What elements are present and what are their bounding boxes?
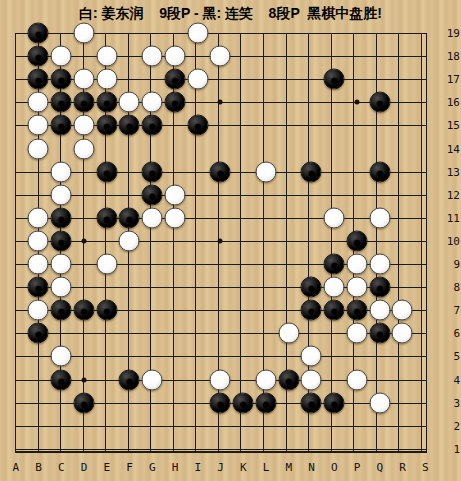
- row-label: 5: [442, 350, 460, 363]
- star-point: [81, 377, 86, 382]
- stone-black: ●: [73, 392, 94, 413]
- stone-black: ●: [301, 161, 322, 182]
- stone-black: ●: [369, 161, 390, 182]
- stone-black: ●: [96, 300, 117, 321]
- stone-white: ●: [301, 369, 322, 390]
- stone-white: ●: [28, 92, 49, 113]
- stone-white: ●: [28, 207, 49, 228]
- stone-black: ●: [324, 254, 345, 275]
- stone-white: ●: [255, 161, 276, 182]
- stone-white: ●: [28, 230, 49, 251]
- stone-white: ●: [51, 346, 72, 367]
- stone-black: ●: [346, 230, 367, 251]
- row-label: 9: [442, 258, 460, 271]
- stone-white: ●: [301, 346, 322, 367]
- star-point: [218, 100, 223, 105]
- col-label: D: [81, 461, 88, 474]
- stone-black: ●: [119, 115, 140, 136]
- row-label: 14: [442, 142, 460, 155]
- row-label: 6: [442, 327, 460, 340]
- stone-white: ●: [164, 184, 185, 205]
- stone-black: ●: [210, 161, 231, 182]
- row-label: 12: [442, 188, 460, 201]
- col-label: N: [308, 461, 315, 474]
- col-label: G: [149, 461, 156, 474]
- stone-white: ●: [28, 300, 49, 321]
- stone-black: ●: [346, 300, 367, 321]
- star-point: [218, 238, 223, 243]
- stone-white: ●: [142, 92, 163, 113]
- stone-white: ●: [142, 369, 163, 390]
- stone-black: ●: [278, 369, 299, 390]
- stone-white: ●: [28, 138, 49, 159]
- col-label: L: [263, 461, 270, 474]
- row-label: 16: [442, 96, 460, 109]
- row-label: 13: [442, 165, 460, 178]
- stone-black: ●: [119, 369, 140, 390]
- stone-black: ●: [51, 92, 72, 113]
- stone-black: ●: [301, 392, 322, 413]
- stone-black: ●: [51, 207, 72, 228]
- row-label: 7: [442, 304, 460, 317]
- stone-white: ●: [324, 207, 345, 228]
- stone-white: ●: [369, 254, 390, 275]
- stone-black: ●: [142, 161, 163, 182]
- stone-white: ●: [346, 277, 367, 298]
- col-label: A: [12, 461, 19, 474]
- stone-white: ●: [369, 207, 390, 228]
- col-label: B: [35, 461, 42, 474]
- stone-white: ●: [51, 161, 72, 182]
- col-label: F: [126, 461, 133, 474]
- row-label: 3: [442, 396, 460, 409]
- col-label: Q: [376, 461, 383, 474]
- col-label: P: [354, 461, 361, 474]
- col-label: I: [194, 461, 201, 474]
- stone-black: ●: [28, 46, 49, 67]
- stone-black: ●: [142, 115, 163, 136]
- stone-white: ●: [255, 369, 276, 390]
- stone-white: ●: [51, 277, 72, 298]
- stone-black: ●: [73, 300, 94, 321]
- stone-white: ●: [392, 300, 413, 321]
- stone-white: ●: [96, 254, 117, 275]
- stone-white: ●: [187, 69, 208, 90]
- row-label: 1: [442, 442, 460, 455]
- row-label: 17: [442, 73, 460, 86]
- stone-black: ●: [28, 323, 49, 344]
- stone-white: ●: [142, 207, 163, 228]
- row-label: 2: [442, 419, 460, 432]
- stone-black: ●: [369, 277, 390, 298]
- stone-black: ●: [369, 92, 390, 113]
- stone-white: ●: [51, 46, 72, 67]
- stone-white: ●: [28, 115, 49, 136]
- stone-white: ●: [73, 138, 94, 159]
- stone-black: ●: [28, 69, 49, 90]
- stone-black: ●: [142, 184, 163, 205]
- stone-white: ●: [73, 69, 94, 90]
- stone-black: ●: [210, 392, 231, 413]
- stone-white: ●: [119, 230, 140, 251]
- stone-white: ●: [278, 323, 299, 344]
- stone-black: ●: [51, 300, 72, 321]
- stone-black: ●: [96, 207, 117, 228]
- stone-white: ●: [28, 254, 49, 275]
- stone-black: ●: [51, 369, 72, 390]
- col-label: S: [422, 461, 429, 474]
- row-label: 15: [442, 119, 460, 132]
- col-label: O: [331, 461, 338, 474]
- stone-white: ●: [96, 69, 117, 90]
- stone-white: ●: [164, 207, 185, 228]
- col-label: C: [58, 461, 65, 474]
- stone-white: ●: [142, 46, 163, 67]
- go-game-viewer: 白: 姜东润 9段P - 黑: 连笑 8段P 黑棋中盘胜! ●●●●●●●●●●…: [0, 0, 461, 481]
- stone-black: ●: [28, 23, 49, 44]
- col-label: R: [399, 461, 406, 474]
- stone-black: ●: [96, 161, 117, 182]
- row-label: 19: [442, 27, 460, 40]
- stone-white: ●: [369, 392, 390, 413]
- stone-white: ●: [210, 369, 231, 390]
- col-label: K: [240, 461, 247, 474]
- row-label: 10: [442, 234, 460, 247]
- stone-black: ●: [96, 115, 117, 136]
- stone-black: ●: [233, 392, 254, 413]
- stone-black: ●: [324, 300, 345, 321]
- col-label: M: [285, 461, 292, 474]
- col-label: E: [103, 461, 110, 474]
- stone-white: ●: [51, 254, 72, 275]
- stone-white: ●: [73, 23, 94, 44]
- col-label: H: [172, 461, 179, 474]
- stone-black: ●: [324, 69, 345, 90]
- stone-black: ●: [96, 92, 117, 113]
- star-point: [81, 238, 86, 243]
- stone-white: ●: [73, 115, 94, 136]
- row-label: 18: [442, 50, 460, 63]
- stone-black: ●: [51, 69, 72, 90]
- stone-white: ●: [346, 254, 367, 275]
- stone-black: ●: [164, 92, 185, 113]
- stone-black: ●: [187, 115, 208, 136]
- stone-black: ●: [51, 115, 72, 136]
- stone-white: ●: [324, 277, 345, 298]
- stone-black: ●: [255, 392, 276, 413]
- stone-black: ●: [324, 392, 345, 413]
- stone-black: ●: [301, 300, 322, 321]
- stone-black: ●: [119, 207, 140, 228]
- game-info-header: 白: 姜东润 9段P - 黑: 连笑 8段P 黑棋中盘胜!: [0, 2, 461, 24]
- row-label: 8: [442, 281, 460, 294]
- stone-black: ●: [51, 230, 72, 251]
- stone-white: ●: [210, 46, 231, 67]
- stone-white: ●: [119, 92, 140, 113]
- stone-white: ●: [346, 369, 367, 390]
- row-label: 11: [442, 211, 460, 224]
- stone-white: ●: [96, 46, 117, 67]
- col-label: J: [217, 461, 224, 474]
- stone-black: ●: [301, 277, 322, 298]
- stone-white: ●: [187, 23, 208, 44]
- stone-white: ●: [392, 323, 413, 344]
- stone-black: ●: [164, 69, 185, 90]
- stone-white: ●: [51, 184, 72, 205]
- stone-black: ●: [73, 92, 94, 113]
- star-point: [354, 100, 359, 105]
- row-label: 4: [442, 373, 460, 386]
- stone-white: ●: [164, 46, 185, 67]
- stone-black: ●: [28, 277, 49, 298]
- stone-black: ●: [369, 323, 390, 344]
- stone-white: ●: [369, 300, 390, 321]
- stone-white: ●: [346, 323, 367, 344]
